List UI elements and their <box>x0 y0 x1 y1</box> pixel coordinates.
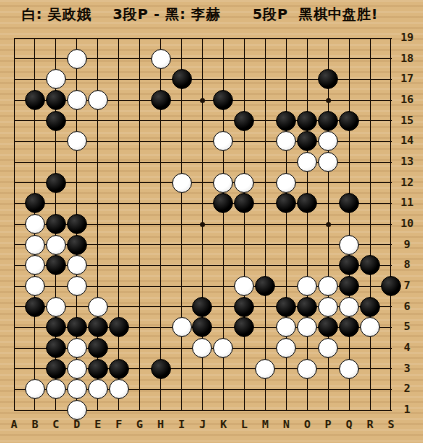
stone-black-O11 <box>297 193 317 213</box>
stone-white-B8 <box>25 255 45 275</box>
stone-black-P17 <box>318 69 338 89</box>
stone-white-C2 <box>46 379 66 399</box>
stone-black-C4 <box>46 338 66 358</box>
stone-white-O13 <box>297 152 317 172</box>
row-label-7: 7 <box>394 279 420 292</box>
grid-vline <box>14 38 15 410</box>
stone-black-Q5 <box>339 317 359 337</box>
stone-white-N12 <box>276 173 296 193</box>
stone-white-B9 <box>25 235 45 255</box>
stone-white-F2 <box>109 379 129 399</box>
stone-white-R5 <box>360 317 380 337</box>
stone-white-B2 <box>25 379 45 399</box>
stone-black-N6 <box>276 297 296 317</box>
stone-black-M7 <box>255 276 275 296</box>
row-label-8: 8 <box>394 258 420 271</box>
grid-vline <box>139 38 140 410</box>
stone-white-Q6 <box>339 297 359 317</box>
row-label-4: 4 <box>394 341 420 354</box>
stone-black-D5 <box>67 317 87 337</box>
stone-black-C12 <box>46 173 66 193</box>
stone-white-O5 <box>297 317 317 337</box>
stone-white-K4 <box>213 338 233 358</box>
col-label-K: K <box>213 418 233 431</box>
stone-black-Q11 <box>339 193 359 213</box>
stone-black-K11 <box>213 193 233 213</box>
row-label-11: 11 <box>394 196 420 209</box>
col-label-Q: Q <box>339 418 359 431</box>
col-label-G: G <box>130 418 150 431</box>
stone-black-J5 <box>192 317 212 337</box>
col-label-D: D <box>67 418 87 431</box>
stone-black-B6 <box>25 297 45 317</box>
star-point <box>200 98 205 103</box>
row-label-3: 3 <box>394 362 420 375</box>
grid-vline <box>349 38 350 410</box>
game-info-header: 白: 吴政娥 3段P - 黑: 李赫 5段P 黑棋中盘胜! <box>0 6 400 24</box>
stone-white-P13 <box>318 152 338 172</box>
stone-white-D1 <box>67 400 87 420</box>
stone-black-Q7 <box>339 276 359 296</box>
col-label-A: A <box>4 418 24 431</box>
stone-black-O6 <box>297 297 317 317</box>
stone-black-F3 <box>109 359 129 379</box>
col-label-J: J <box>192 418 212 431</box>
stone-black-D9 <box>67 235 87 255</box>
stone-white-I5 <box>172 317 192 337</box>
stone-white-B10 <box>25 214 45 234</box>
stone-black-O14 <box>297 131 317 151</box>
row-label-16: 16 <box>394 93 420 106</box>
stone-white-J4 <box>192 338 212 358</box>
stone-black-C3 <box>46 359 66 379</box>
stone-white-B7 <box>25 276 45 296</box>
stone-black-P15 <box>318 111 338 131</box>
stone-white-K14 <box>213 131 233 151</box>
col-label-R: R <box>360 418 380 431</box>
col-label-C: C <box>46 418 66 431</box>
stone-black-B11 <box>25 193 45 213</box>
row-label-2: 2 <box>394 382 420 395</box>
stone-white-P7 <box>318 276 338 296</box>
stone-black-F5 <box>109 317 129 337</box>
col-label-M: M <box>255 418 275 431</box>
stone-black-L11 <box>234 193 254 213</box>
stone-white-Q9 <box>339 235 359 255</box>
stone-black-L6 <box>234 297 254 317</box>
stone-black-E3 <box>88 359 108 379</box>
row-label-1: 1 <box>394 403 420 416</box>
col-label-O: O <box>297 418 317 431</box>
col-label-P: P <box>318 418 338 431</box>
grid-vline <box>181 38 182 410</box>
stone-black-L15 <box>234 111 254 131</box>
col-label-N: N <box>276 418 296 431</box>
stone-white-D18 <box>67 49 87 69</box>
stone-white-I12 <box>172 173 192 193</box>
row-label-17: 17 <box>394 72 420 85</box>
stone-black-J6 <box>192 297 212 317</box>
stone-white-E2 <box>88 379 108 399</box>
stone-black-N11 <box>276 193 296 213</box>
stone-black-R6 <box>360 297 380 317</box>
stone-black-H3 <box>151 359 171 379</box>
stone-black-C5 <box>46 317 66 337</box>
row-label-12: 12 <box>394 176 420 189</box>
row-label-9: 9 <box>394 238 420 251</box>
stone-white-D4 <box>67 338 87 358</box>
stone-black-C16 <box>46 90 66 110</box>
stone-black-I17 <box>172 69 192 89</box>
stone-white-D3 <box>67 359 87 379</box>
stone-white-L12 <box>234 173 254 193</box>
stone-white-N5 <box>276 317 296 337</box>
star-point <box>326 98 331 103</box>
grid-vline <box>390 38 391 410</box>
stone-white-D14 <box>67 131 87 151</box>
star-point <box>326 222 331 227</box>
stone-white-C9 <box>46 235 66 255</box>
stone-white-K12 <box>213 173 233 193</box>
stone-white-C17 <box>46 69 66 89</box>
stone-white-P14 <box>318 131 338 151</box>
stone-white-D2 <box>67 379 87 399</box>
stone-white-E6 <box>88 297 108 317</box>
stone-white-P6 <box>318 297 338 317</box>
col-label-F: F <box>109 418 129 431</box>
stone-black-Q15 <box>339 111 359 131</box>
stone-white-P4 <box>318 338 338 358</box>
stone-white-N4 <box>276 338 296 358</box>
go-game-screen: 白: 吴政娥 3段P - 黑: 李赫 5段P 黑棋中盘胜! ABCDEFGHIJ… <box>0 0 423 443</box>
stone-black-C15 <box>46 111 66 131</box>
stone-white-N14 <box>276 131 296 151</box>
col-label-B: B <box>25 418 45 431</box>
row-label-14: 14 <box>394 134 420 147</box>
stone-black-K16 <box>213 90 233 110</box>
stone-white-O3 <box>297 359 317 379</box>
grid-vline <box>265 38 266 410</box>
stone-black-R8 <box>360 255 380 275</box>
grid-vline <box>118 38 119 410</box>
stone-white-D8 <box>67 255 87 275</box>
row-label-5: 5 <box>394 320 420 333</box>
stone-white-E16 <box>88 90 108 110</box>
stone-white-C6 <box>46 297 66 317</box>
grid-vline <box>370 38 371 410</box>
stone-white-Q3 <box>339 359 359 379</box>
stone-white-M3 <box>255 359 275 379</box>
stone-black-C10 <box>46 214 66 234</box>
stone-black-Q8 <box>339 255 359 275</box>
row-label-6: 6 <box>394 300 420 313</box>
col-label-H: H <box>151 418 171 431</box>
row-label-10: 10 <box>394 217 420 230</box>
row-label-18: 18 <box>394 52 420 65</box>
col-label-S: S <box>381 418 401 431</box>
col-label-E: E <box>88 418 108 431</box>
star-point <box>200 222 205 227</box>
row-label-15: 15 <box>394 114 420 127</box>
stone-black-L5 <box>234 317 254 337</box>
stone-black-C8 <box>46 255 66 275</box>
col-label-I: I <box>172 418 192 431</box>
stone-black-E5 <box>88 317 108 337</box>
stone-black-N15 <box>276 111 296 131</box>
stone-black-O15 <box>297 111 317 131</box>
stone-white-L7 <box>234 276 254 296</box>
stone-black-E4 <box>88 338 108 358</box>
grid-vline <box>244 38 245 410</box>
stone-black-H16 <box>151 90 171 110</box>
stone-white-H18 <box>151 49 171 69</box>
stone-black-B16 <box>25 90 45 110</box>
grid-vline <box>307 38 308 410</box>
row-label-19: 19 <box>394 31 420 44</box>
stone-white-O7 <box>297 276 317 296</box>
stone-white-D16 <box>67 90 87 110</box>
stone-black-P5 <box>318 317 338 337</box>
col-label-L: L <box>234 418 254 431</box>
row-label-13: 13 <box>394 155 420 168</box>
stone-black-D10 <box>67 214 87 234</box>
stone-white-D7 <box>67 276 87 296</box>
